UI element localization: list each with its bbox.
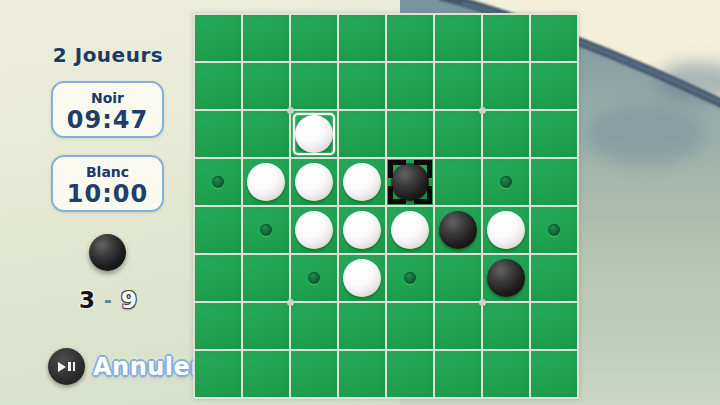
cell-b7[interactable] — [243, 303, 289, 349]
white-disc — [343, 259, 381, 297]
cell-f7[interactable] — [435, 303, 481, 349]
cell-h4[interactable] — [531, 159, 577, 205]
cell-d6[interactable] — [339, 255, 385, 301]
board-star-point — [287, 299, 294, 306]
cell-e6[interactable] — [387, 255, 433, 301]
black-disc — [487, 259, 525, 297]
white-clock-label: Blanc — [53, 164, 162, 180]
othello-game-screen: 2 Joueurs Noir 09:47 Blanc 10:00 3 - 9 A… — [0, 0, 720, 405]
turn-indicator-black-disc — [89, 234, 126, 271]
score-separator: - — [104, 289, 112, 311]
cell-f4[interactable] — [435, 159, 481, 205]
white-disc — [247, 163, 285, 201]
cell-b8[interactable] — [243, 351, 289, 397]
move-target-bracket — [414, 186, 432, 204]
cell-h2[interactable] — [531, 63, 577, 109]
cell-c5[interactable] — [291, 207, 337, 253]
white-disc — [487, 211, 525, 249]
black-clock-time: 09:47 — [53, 106, 162, 134]
move-target-bracket — [414, 160, 432, 178]
cell-b3[interactable] — [243, 111, 289, 157]
cell-h5[interactable] — [531, 207, 577, 253]
white-disc — [391, 211, 429, 249]
cell-b1[interactable] — [243, 15, 289, 61]
cell-g6[interactable] — [483, 255, 529, 301]
cell-g8[interactable] — [483, 351, 529, 397]
cell-d2[interactable] — [339, 63, 385, 109]
undo-button[interactable] — [48, 348, 85, 385]
black-disc — [439, 211, 477, 249]
cell-h7[interactable] — [531, 303, 577, 349]
cell-e2[interactable] — [387, 63, 433, 109]
cell-a2[interactable] — [195, 63, 241, 109]
cell-a4[interactable] — [195, 159, 241, 205]
legal-move-hint — [548, 224, 560, 236]
sidebar: 2 Joueurs Noir 09:47 Blanc 10:00 3 - 9 A… — [15, 0, 201, 405]
board-star-point — [287, 107, 294, 114]
cell-c4[interactable] — [291, 159, 337, 205]
white-disc — [343, 163, 381, 201]
white-disc — [295, 211, 333, 249]
cell-g7[interactable] — [483, 303, 529, 349]
cell-g1[interactable] — [483, 15, 529, 61]
move-target-bracket — [388, 186, 406, 204]
play-pause-icon — [58, 362, 75, 372]
cell-a7[interactable] — [195, 303, 241, 349]
cell-d7[interactable] — [339, 303, 385, 349]
wave-shadow — [585, 105, 705, 165]
cell-c2[interactable] — [291, 63, 337, 109]
cell-h6[interactable] — [531, 255, 577, 301]
cell-d4[interactable] — [339, 159, 385, 205]
board-star-point — [479, 107, 486, 114]
cell-f1[interactable] — [435, 15, 481, 61]
cell-c7[interactable] — [291, 303, 337, 349]
black-clock: Noir 09:47 — [51, 81, 164, 138]
mode-title: 2 Joueurs — [15, 43, 201, 67]
legal-move-hint — [260, 224, 272, 236]
undo-label: Annuler — [93, 353, 203, 381]
cell-a1[interactable] — [195, 15, 241, 61]
cell-e4[interactable] — [387, 159, 433, 205]
board-star-point — [479, 299, 486, 306]
move-target-bracket — [388, 160, 406, 178]
score-display: 3 - 9 — [15, 287, 201, 313]
cell-c6[interactable] — [291, 255, 337, 301]
cell-g5[interactable] — [483, 207, 529, 253]
cell-b2[interactable] — [243, 63, 289, 109]
cell-e3[interactable] — [387, 111, 433, 157]
cell-h3[interactable] — [531, 111, 577, 157]
cell-g3[interactable] — [483, 111, 529, 157]
cell-d1[interactable] — [339, 15, 385, 61]
white-disc — [295, 163, 333, 201]
legal-move-hint — [404, 272, 416, 284]
white-score: 9 — [121, 287, 137, 313]
cell-b4[interactable] — [243, 159, 289, 205]
cell-d8[interactable] — [339, 351, 385, 397]
cell-a5[interactable] — [195, 207, 241, 253]
cell-g2[interactable] — [483, 63, 529, 109]
othello-board — [193, 13, 579, 399]
cell-c3[interactable] — [291, 111, 337, 157]
cell-b6[interactable] — [243, 255, 289, 301]
cell-h8[interactable] — [531, 351, 577, 397]
cell-d3[interactable] — [339, 111, 385, 157]
cell-a3[interactable] — [195, 111, 241, 157]
cell-c8[interactable] — [291, 351, 337, 397]
cell-e5[interactable] — [387, 207, 433, 253]
black-clock-label: Noir — [53, 90, 162, 106]
white-clock: Blanc 10:00 — [51, 155, 164, 212]
cell-f6[interactable] — [435, 255, 481, 301]
cell-f3[interactable] — [435, 111, 481, 157]
white-disc — [343, 211, 381, 249]
cell-h1[interactable] — [531, 15, 577, 61]
cell-f2[interactable] — [435, 63, 481, 109]
legal-move-hint — [500, 176, 512, 188]
cell-e7[interactable] — [387, 303, 433, 349]
cell-c1[interactable] — [291, 15, 337, 61]
cell-f8[interactable] — [435, 351, 481, 397]
legal-move-hint — [212, 176, 224, 188]
black-score: 3 — [79, 287, 95, 313]
cell-e8[interactable] — [387, 351, 433, 397]
cell-a8[interactable] — [195, 351, 241, 397]
cell-b5[interactable] — [243, 207, 289, 253]
cell-g4[interactable] — [483, 159, 529, 205]
cell-d5[interactable] — [339, 207, 385, 253]
cell-a6[interactable] — [195, 255, 241, 301]
white-disc — [295, 115, 333, 153]
cell-f5[interactable] — [435, 207, 481, 253]
white-clock-time: 10:00 — [53, 180, 162, 208]
cell-e1[interactable] — [387, 15, 433, 61]
legal-move-hint — [308, 272, 320, 284]
